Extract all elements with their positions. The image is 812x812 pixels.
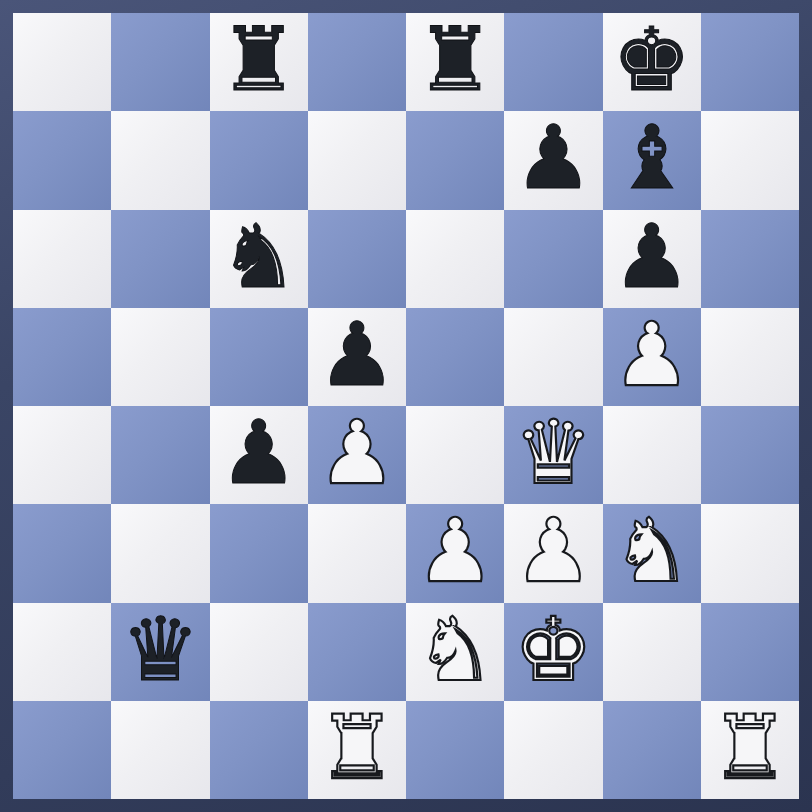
square-a2[interactable] — [13, 603, 111, 701]
square-b7[interactable] — [111, 111, 209, 209]
square-f3[interactable]: ♟ — [504, 504, 602, 602]
square-c2[interactable] — [210, 603, 308, 701]
square-f6[interactable] — [504, 210, 602, 308]
white-queen-piece[interactable]: ♛ — [514, 409, 593, 497]
square-h3[interactable] — [701, 504, 799, 602]
square-c6[interactable]: ♞ — [210, 210, 308, 308]
black-pawn-piece[interactable]: ♟ — [317, 311, 396, 399]
white-rook-piece[interactable]: ♜ — [710, 704, 789, 792]
square-e6[interactable] — [406, 210, 504, 308]
square-a3[interactable] — [13, 504, 111, 602]
square-f2[interactable]: ♚ — [504, 603, 602, 701]
black-queen-piece[interactable]: ♛ — [121, 606, 200, 694]
square-h1[interactable]: ♜ — [701, 701, 799, 799]
black-rook-piece[interactable]: ♜ — [219, 16, 298, 104]
square-b6[interactable] — [111, 210, 209, 308]
black-pawn-piece[interactable]: ♟ — [219, 409, 298, 497]
square-g5[interactable]: ♟ — [603, 308, 701, 406]
square-d5[interactable]: ♟ — [308, 308, 406, 406]
square-a8[interactable] — [13, 13, 111, 111]
square-a5[interactable] — [13, 308, 111, 406]
white-knight-piece[interactable]: ♞ — [612, 507, 691, 595]
square-c4[interactable]: ♟ — [210, 406, 308, 504]
square-b3[interactable] — [111, 504, 209, 602]
chess-board-frame: ♜♜♚♟♝♞♟♟♟♟♟♛♟♟♞♛♞♚♜♜ — [0, 0, 812, 812]
square-a6[interactable] — [13, 210, 111, 308]
white-pawn-piece[interactable]: ♟ — [416, 507, 495, 595]
chess-board: ♜♜♚♟♝♞♟♟♟♟♟♛♟♟♞♛♞♚♜♜ — [13, 13, 799, 799]
square-e8[interactable]: ♜ — [406, 13, 504, 111]
white-pawn-piece[interactable]: ♟ — [514, 507, 593, 595]
square-c8[interactable]: ♜ — [210, 13, 308, 111]
square-e5[interactable] — [406, 308, 504, 406]
square-g4[interactable] — [603, 406, 701, 504]
square-e1[interactable] — [406, 701, 504, 799]
black-pawn-piece[interactable]: ♟ — [514, 114, 593, 202]
square-b5[interactable] — [111, 308, 209, 406]
square-c3[interactable] — [210, 504, 308, 602]
square-g7[interactable]: ♝ — [603, 111, 701, 209]
square-g2[interactable] — [603, 603, 701, 701]
white-knight-piece[interactable]: ♞ — [416, 606, 495, 694]
square-b8[interactable] — [111, 13, 209, 111]
square-g3[interactable]: ♞ — [603, 504, 701, 602]
square-c7[interactable] — [210, 111, 308, 209]
square-c5[interactable] — [210, 308, 308, 406]
square-f8[interactable] — [504, 13, 602, 111]
square-d6[interactable] — [308, 210, 406, 308]
black-rook-piece[interactable]: ♜ — [416, 16, 495, 104]
square-e3[interactable]: ♟ — [406, 504, 504, 602]
square-f4[interactable]: ♛ — [504, 406, 602, 504]
white-king-piece[interactable]: ♚ — [514, 606, 593, 694]
white-rook-piece[interactable]: ♜ — [317, 704, 396, 792]
square-e2[interactable]: ♞ — [406, 603, 504, 701]
square-h7[interactable] — [701, 111, 799, 209]
square-g8[interactable]: ♚ — [603, 13, 701, 111]
square-h4[interactable] — [701, 406, 799, 504]
square-h6[interactable] — [701, 210, 799, 308]
black-king-piece[interactable]: ♚ — [612, 16, 691, 104]
square-h8[interactable] — [701, 13, 799, 111]
black-knight-piece[interactable]: ♞ — [219, 213, 298, 301]
square-d4[interactable]: ♟ — [308, 406, 406, 504]
white-pawn-piece[interactable]: ♟ — [612, 311, 691, 399]
square-f5[interactable] — [504, 308, 602, 406]
square-f1[interactable] — [504, 701, 602, 799]
black-pawn-piece[interactable]: ♟ — [612, 213, 691, 301]
square-c1[interactable] — [210, 701, 308, 799]
square-g6[interactable]: ♟ — [603, 210, 701, 308]
square-b4[interactable] — [111, 406, 209, 504]
square-b1[interactable] — [111, 701, 209, 799]
square-a1[interactable] — [13, 701, 111, 799]
square-d7[interactable] — [308, 111, 406, 209]
square-d3[interactable] — [308, 504, 406, 602]
white-pawn-piece[interactable]: ♟ — [317, 409, 396, 497]
square-e4[interactable] — [406, 406, 504, 504]
square-e7[interactable] — [406, 111, 504, 209]
square-h2[interactable] — [701, 603, 799, 701]
square-f7[interactable]: ♟ — [504, 111, 602, 209]
square-a4[interactable] — [13, 406, 111, 504]
black-bishop-piece[interactable]: ♝ — [612, 114, 691, 202]
square-g1[interactable] — [603, 701, 701, 799]
square-d2[interactable] — [308, 603, 406, 701]
square-d8[interactable] — [308, 13, 406, 111]
square-h5[interactable] — [701, 308, 799, 406]
square-d1[interactable]: ♜ — [308, 701, 406, 799]
square-a7[interactable] — [13, 111, 111, 209]
square-b2[interactable]: ♛ — [111, 603, 209, 701]
